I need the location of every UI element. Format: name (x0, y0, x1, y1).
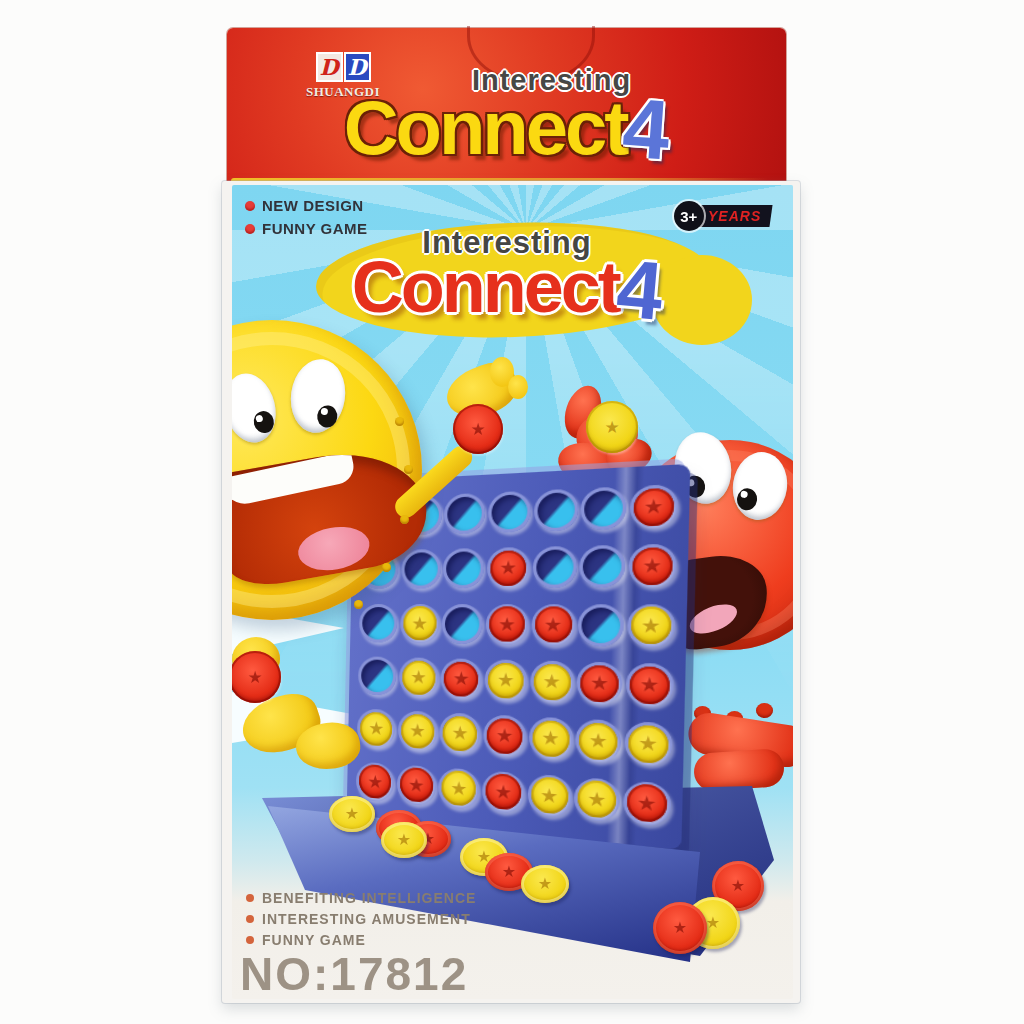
yellow-disc (532, 720, 570, 758)
box-front-face: NEW DESIGN FUNNY GAME 3+ YEARS Interesti… (222, 181, 800, 1003)
red-disc (359, 764, 392, 800)
hole-empty (578, 604, 625, 647)
yellow-disc (488, 662, 524, 698)
cell-r2c4 (485, 540, 532, 597)
hole-empty (444, 493, 486, 534)
hole-filled (574, 777, 621, 823)
hole-filled (627, 604, 676, 648)
hole-filled (527, 773, 572, 818)
hole-empty (361, 497, 400, 537)
cell-r3c2 (398, 596, 441, 650)
hole-filled (576, 662, 623, 706)
benefit-item: BENEFITING INTELLIGENCE (246, 890, 476, 906)
yellow-disc (402, 660, 436, 695)
red-character-foot (693, 748, 785, 792)
feature-label: FUNNY GAME (262, 220, 368, 237)
flap-title-number: 4 (620, 88, 672, 171)
yellow-disc (628, 725, 669, 765)
age-years-label: YEARS (708, 208, 761, 224)
benefit-label: FUNNY GAME (262, 932, 366, 948)
cell-r6c2 (395, 757, 438, 814)
front-title-number: 4 (613, 249, 665, 331)
red-disc (444, 661, 479, 697)
red-disc (632, 547, 673, 585)
cell-r5c6 (573, 711, 623, 772)
cell-r3c1 (358, 597, 400, 650)
feature-item: NEW DESIGN (245, 197, 368, 214)
cell-r4c6 (575, 654, 625, 714)
red-scatter-disc (653, 902, 707, 954)
hole-empty (580, 487, 627, 531)
red-disc (633, 487, 674, 526)
hole-filled (356, 761, 395, 802)
hole-empty (488, 491, 531, 533)
yellow-scatter-disc (521, 865, 569, 903)
feature-item: FUNNY GAME (245, 220, 368, 237)
board-grid (347, 464, 691, 850)
hole-filled (357, 709, 396, 750)
cell-r3c6 (576, 596, 626, 655)
cell-r1c4 (486, 483, 533, 541)
hole-empty (359, 604, 398, 643)
flap-title: Connect 4 (227, 90, 786, 170)
hole-empty (402, 495, 442, 536)
yellow-disc (579, 722, 618, 761)
yellow-scatter-disc (381, 822, 427, 858)
cell-r2c7 (626, 536, 678, 596)
hole-filled (575, 719, 622, 764)
cell-r3c4 (484, 596, 530, 653)
hole-filled (624, 722, 672, 768)
cell-r5c7 (622, 713, 674, 775)
hole-filled (528, 717, 573, 761)
cell-r6c7 (621, 772, 673, 835)
hole-filled (399, 657, 439, 697)
yellow-disc (442, 770, 477, 807)
hole-filled (483, 715, 526, 758)
bullet-icon (245, 201, 255, 211)
cell-r2c3 (441, 541, 486, 597)
red-disc (490, 550, 526, 586)
age-badge: 3+ YEARS (674, 201, 771, 231)
cell-r4c7 (623, 655, 675, 716)
product-photo: D D SHUANGDI Interesting Connect 4 NEW D… (0, 0, 1024, 1024)
benefit-label: BENEFITING INTELLIGENCE (262, 890, 476, 906)
cell-r5c4 (481, 707, 527, 765)
cell-r2c2 (399, 542, 442, 597)
hole-filled (396, 764, 436, 806)
feature-label: NEW DESIGN (262, 197, 364, 214)
hole-filled (482, 770, 525, 814)
cell-r4c3 (439, 651, 484, 707)
hole-empty (360, 550, 399, 589)
bullet-icon (245, 224, 255, 234)
cell-r4c2 (397, 650, 440, 705)
yellow-scatter-disc (329, 796, 375, 832)
red-disc (489, 607, 525, 643)
cell-r6c5 (525, 766, 573, 827)
red-disc (486, 718, 522, 755)
red-disc (580, 665, 619, 703)
cell-r3c5 (529, 596, 577, 654)
hole-filled (398, 711, 438, 752)
hole-filled (484, 659, 527, 701)
cell-r3c7 (625, 596, 677, 656)
cell-r2c6 (577, 537, 627, 596)
hole-filled (485, 604, 528, 645)
benefit-label: INTERESTING AMUSEMENT (262, 911, 471, 927)
hole-filled (487, 547, 530, 588)
cell-r1c7 (628, 476, 680, 537)
bullet-icon (246, 915, 254, 923)
red-disc (626, 783, 667, 823)
bullet-icon (246, 894, 254, 902)
cell-r5c5 (527, 709, 575, 769)
hole-filled (529, 661, 574, 704)
cell-r1c2 (401, 487, 444, 543)
cell-r2c1 (359, 543, 401, 597)
age-circle: 3+ (674, 201, 704, 231)
hole-empty (579, 545, 626, 588)
cell-r4c4 (483, 652, 529, 709)
hole-empty (532, 546, 577, 588)
cell-r2c5 (530, 538, 578, 596)
benefit-item: FUNNY GAME (246, 932, 476, 948)
hole-empty (442, 604, 484, 644)
red-disc (534, 607, 572, 643)
cell-r6c6 (572, 769, 622, 831)
red-disc (629, 666, 670, 705)
cell-r6c4 (480, 763, 526, 822)
cell-r3c3 (440, 596, 485, 651)
hole-filled (531, 604, 576, 646)
cell-r5c2 (396, 703, 439, 759)
cell-r4c1 (357, 649, 399, 703)
yellow-disc (401, 713, 435, 749)
cell-r1c3 (443, 485, 488, 542)
benefit-item: INTERESTING AMUSEMENT (246, 911, 476, 927)
cell-r5c3 (438, 705, 483, 762)
cell-r1c1 (360, 489, 402, 544)
hole-empty (533, 489, 578, 532)
yellow-disc (360, 712, 393, 747)
yellow-disc (530, 776, 568, 815)
age-years-bar: YEARS (698, 205, 772, 227)
flap-title-word: Connect (344, 90, 627, 166)
hole-empty (358, 656, 397, 696)
bullet-icon (246, 936, 254, 944)
yellow-disc (630, 607, 671, 645)
hole-filled (625, 663, 674, 708)
hole-filled (628, 544, 677, 588)
feature-list: NEW DESIGN FUNNY GAME (245, 197, 368, 243)
red-disc (485, 773, 521, 811)
hole-filled (441, 658, 483, 699)
yellow-disc (533, 663, 571, 700)
box-top-flap: D D SHUANGDI Interesting Connect 4 (227, 28, 786, 181)
benefit-list: BENEFITING INTELLIGENCE INTERESTING AMUS… (246, 890, 476, 953)
cell-r1c6 (579, 478, 629, 538)
cell-r6c3 (437, 760, 482, 818)
item-number: NO:17812 (240, 947, 468, 999)
hole-empty (401, 549, 441, 589)
box-front-panel: NEW DESIGN FUNNY GAME 3+ YEARS Interesti… (232, 185, 793, 999)
yellow-disc (577, 780, 616, 820)
hole-filled (629, 484, 678, 529)
yellow-disc (443, 716, 478, 752)
hole-filled (623, 780, 671, 827)
hole-filled (400, 604, 440, 644)
front-title-word: Connect (352, 251, 619, 329)
front-title: Connect 4 (262, 251, 752, 329)
cell-r4c5 (528, 653, 576, 712)
hole-filled (438, 767, 480, 810)
yellow-disc (403, 606, 437, 640)
red-disc (400, 767, 434, 804)
hole-filled (440, 713, 482, 755)
cell-r1c5 (532, 481, 580, 540)
cell-r5c1 (356, 702, 398, 757)
hole-empty (443, 548, 485, 589)
